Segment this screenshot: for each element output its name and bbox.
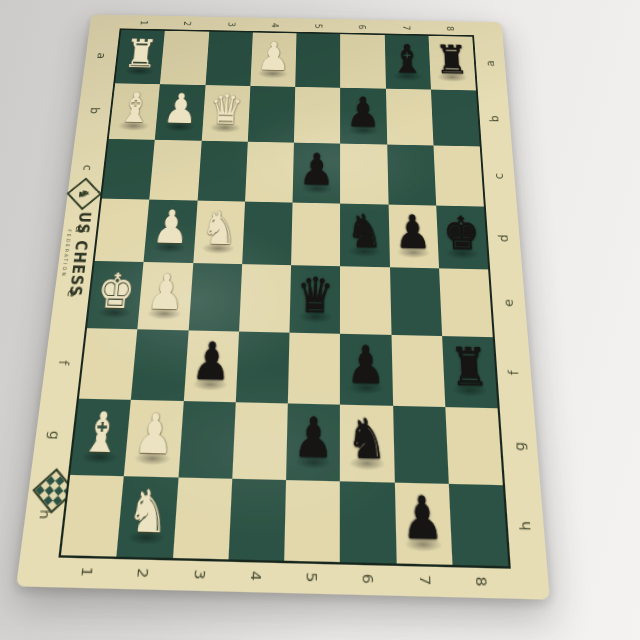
square-c3[interactable] bbox=[197, 141, 247, 201]
square-e8[interactable] bbox=[439, 268, 493, 336]
square-b5[interactable] bbox=[294, 86, 340, 143]
black-rook[interactable]: ♜ bbox=[449, 342, 490, 395]
black-knight[interactable]: ♞ bbox=[347, 412, 387, 468]
square-c2[interactable] bbox=[150, 140, 202, 200]
white-pawn[interactable]: ♟ bbox=[151, 205, 191, 252]
square-f5[interactable] bbox=[288, 332, 340, 404]
square-f8[interactable]: ♜ bbox=[442, 336, 498, 409]
square-e4[interactable] bbox=[239, 264, 291, 332]
square-a8[interactable]: ♜ bbox=[428, 36, 476, 90]
square-e1[interactable]: ♚ bbox=[87, 261, 144, 329]
square-f3[interactable]: ♟ bbox=[183, 330, 239, 402]
square-c5[interactable]: ♟ bbox=[293, 143, 341, 203]
square-b4[interactable] bbox=[248, 86, 296, 143]
square-a3[interactable] bbox=[205, 32, 252, 86]
square-f1[interactable] bbox=[79, 328, 138, 400]
square-c8[interactable] bbox=[433, 145, 484, 206]
square-a2[interactable] bbox=[160, 31, 209, 85]
square-d4[interactable] bbox=[242, 201, 293, 265]
white-pawn[interactable]: ♟ bbox=[162, 89, 199, 131]
square-g4[interactable] bbox=[232, 402, 288, 479]
square-h1[interactable] bbox=[61, 474, 124, 556]
square-e7[interactable] bbox=[390, 267, 442, 335]
square-h3[interactable] bbox=[172, 477, 232, 559]
black-pawn[interactable]: ♟ bbox=[347, 340, 386, 393]
square-f6[interactable]: ♟ bbox=[340, 333, 392, 406]
knight-diamond-icon: ♞ bbox=[66, 178, 101, 211]
square-a7[interactable]: ♝ bbox=[384, 35, 430, 89]
square-h5[interactable] bbox=[284, 479, 340, 562]
square-f4[interactable] bbox=[236, 331, 290, 403]
square-e5[interactable]: ♛ bbox=[289, 265, 340, 333]
square-g2[interactable]: ♟ bbox=[124, 400, 183, 477]
square-g6[interactable]: ♞ bbox=[340, 405, 394, 482]
black-queen[interactable]: ♛ bbox=[296, 271, 334, 321]
square-a1[interactable]: ♜ bbox=[115, 30, 165, 84]
square-c4[interactable] bbox=[245, 142, 294, 202]
square-h4[interactable] bbox=[228, 478, 286, 561]
square-d8[interactable]: ♚ bbox=[436, 205, 488, 269]
black-king[interactable]: ♚ bbox=[442, 211, 481, 258]
square-b6[interactable]: ♟ bbox=[340, 87, 386, 144]
square-d6[interactable]: ♞ bbox=[340, 203, 389, 267]
square-b3[interactable]: ♛ bbox=[201, 85, 250, 142]
black-pawn[interactable]: ♟ bbox=[191, 336, 232, 389]
black-pawn[interactable]: ♟ bbox=[293, 410, 333, 466]
square-h6[interactable] bbox=[340, 481, 396, 564]
board-grid: ♜♟♝♜♝♟♛♟♟♟♞♞♟♚♚♟♛♟♟♜♝♟♟♞♞♟ bbox=[61, 30, 508, 566]
square-g3[interactable] bbox=[178, 401, 235, 478]
square-d3[interactable]: ♞ bbox=[193, 200, 245, 264]
white-pawn[interactable]: ♟ bbox=[145, 268, 186, 317]
white-pawn[interactable]: ♟ bbox=[132, 407, 176, 463]
square-d2[interactable]: ♟ bbox=[144, 199, 197, 263]
table-surface: 12345678 12345678 abcdefgh abcdefgh ♞ US… bbox=[0, 0, 640, 640]
black-pawn[interactable]: ♟ bbox=[401, 489, 444, 549]
square-b8[interactable] bbox=[431, 89, 480, 146]
white-bishop[interactable]: ♝ bbox=[116, 88, 154, 129]
white-knight[interactable]: ♞ bbox=[125, 483, 171, 543]
white-pawn[interactable]: ♟ bbox=[256, 37, 290, 76]
square-d5[interactable] bbox=[291, 202, 340, 266]
square-h7[interactable]: ♟ bbox=[394, 482, 452, 565]
square-h2[interactable]: ♞ bbox=[117, 476, 178, 558]
black-pawn[interactable]: ♟ bbox=[394, 210, 432, 257]
square-d1[interactable] bbox=[95, 198, 150, 262]
square-e3[interactable] bbox=[188, 263, 242, 331]
square-c7[interactable] bbox=[387, 145, 436, 206]
brand-sub-text: FEDERATION bbox=[61, 229, 73, 277]
square-c1[interactable] bbox=[102, 139, 155, 199]
white-rook[interactable]: ♜ bbox=[122, 35, 159, 74]
black-rook[interactable]: ♜ bbox=[434, 41, 469, 80]
black-bishop[interactable]: ♝ bbox=[390, 40, 425, 79]
square-a5[interactable] bbox=[295, 33, 340, 87]
square-h8[interactable] bbox=[449, 483, 509, 566]
black-knight[interactable]: ♞ bbox=[346, 209, 383, 256]
square-a6[interactable] bbox=[340, 34, 385, 88]
square-a4[interactable]: ♟ bbox=[250, 32, 296, 86]
white-king[interactable]: ♚ bbox=[95, 267, 137, 316]
white-knight[interactable]: ♞ bbox=[200, 206, 239, 253]
square-g8[interactable] bbox=[445, 407, 503, 485]
square-b7[interactable] bbox=[386, 88, 434, 145]
square-c6[interactable] bbox=[340, 144, 388, 205]
square-b1[interactable]: ♝ bbox=[109, 83, 160, 140]
white-bishop[interactable]: ♝ bbox=[79, 405, 124, 461]
square-g1[interactable]: ♝ bbox=[70, 399, 131, 476]
square-d7[interactable]: ♟ bbox=[388, 204, 439, 268]
black-pawn[interactable]: ♟ bbox=[299, 148, 335, 192]
square-f2[interactable] bbox=[131, 329, 188, 401]
square-e6[interactable] bbox=[340, 266, 391, 334]
chess-mat: 12345678 12345678 abcdefgh abcdefgh ♞ US… bbox=[16, 14, 550, 599]
square-e2[interactable]: ♟ bbox=[138, 262, 193, 330]
square-g5[interactable]: ♟ bbox=[286, 403, 340, 480]
brand-org-text: US CHESS bbox=[66, 212, 94, 298]
black-pawn[interactable]: ♟ bbox=[346, 92, 381, 134]
square-f7[interactable] bbox=[391, 334, 445, 407]
white-queen[interactable]: ♛ bbox=[208, 90, 244, 132]
square-g7[interactable] bbox=[393, 406, 449, 483]
square-b2[interactable]: ♟ bbox=[155, 84, 205, 141]
